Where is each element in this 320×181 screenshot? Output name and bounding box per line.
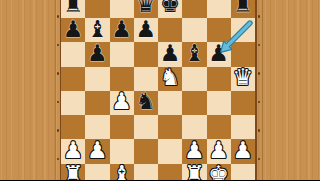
square-b5[interactable] <box>85 67 109 91</box>
square-d5[interactable] <box>134 67 158 91</box>
piece-black-pawn[interactable]: ♟ <box>136 18 157 41</box>
square-c7[interactable]: ♟ <box>110 18 134 42</box>
square-h8[interactable]: ♜ <box>231 0 255 18</box>
piece-white-pawn[interactable]: ♟ <box>233 139 254 162</box>
square-d1[interactable] <box>134 164 158 181</box>
nail-dot-icon <box>258 101 260 104</box>
square-e7[interactable] <box>158 18 182 42</box>
nail-dot-icon <box>258 158 260 161</box>
piece-black-queen[interactable]: ♛ <box>136 0 157 16</box>
square-h2[interactable]: ♟ <box>231 139 255 163</box>
square-d4[interactable]: ♞ <box>134 91 158 115</box>
square-b4[interactable] <box>85 91 109 115</box>
piece-white-queen[interactable]: ♛ <box>233 66 254 89</box>
square-b2[interactable]: ♟ <box>85 139 109 163</box>
piece-white-pawn[interactable]: ♟ <box>184 139 205 162</box>
square-c4[interactable]: ♟ <box>110 91 134 115</box>
piece-white-pawn[interactable]: ♟ <box>63 139 84 162</box>
square-g5[interactable] <box>207 67 231 91</box>
piece-white-pawn[interactable]: ♟ <box>111 90 132 113</box>
square-e5[interactable]: ♞ <box>158 67 182 91</box>
nail-dot-icon <box>57 72 59 75</box>
nail-dot-icon <box>258 15 260 18</box>
square-g8[interactable] <box>207 0 231 18</box>
square-e2[interactable] <box>158 139 182 163</box>
square-e6[interactable]: ♟ <box>158 42 182 66</box>
square-g4[interactable] <box>207 91 231 115</box>
piece-black-pawn[interactable]: ♟ <box>208 42 229 65</box>
piece-black-rook[interactable]: ♜ <box>233 0 254 16</box>
square-h6[interactable] <box>231 42 255 66</box>
piece-white-bishop[interactable]: ♝ <box>111 163 132 180</box>
nail-dot-icon <box>57 15 59 18</box>
square-b6[interactable]: ♟ <box>85 42 109 66</box>
square-c3[interactable] <box>110 115 134 139</box>
nail-dot-icon <box>57 44 59 47</box>
piece-black-pawn[interactable]: ♟ <box>63 18 84 41</box>
piece-black-pawn[interactable]: ♟ <box>87 42 108 65</box>
square-g6[interactable]: ♟ <box>207 42 231 66</box>
square-c6[interactable] <box>110 42 134 66</box>
piece-white-knight[interactable]: ♞ <box>160 66 181 89</box>
square-g3[interactable] <box>207 115 231 139</box>
piece-white-pawn[interactable]: ♟ <box>87 139 108 162</box>
square-e3[interactable] <box>158 115 182 139</box>
nail-dot-icon <box>57 129 59 132</box>
square-h5[interactable]: ♛ <box>231 67 255 91</box>
square-d2[interactable] <box>134 139 158 163</box>
square-d7[interactable]: ♟ <box>134 18 158 42</box>
square-g2[interactable]: ♟ <box>207 139 231 163</box>
nail-dot-icon <box>258 72 260 75</box>
square-a3[interactable] <box>61 115 85 139</box>
square-b3[interactable] <box>85 115 109 139</box>
square-c2[interactable] <box>110 139 134 163</box>
square-e4[interactable] <box>158 91 182 115</box>
nail-dot-icon <box>57 101 59 104</box>
piece-white-rook[interactable]: ♜ <box>63 163 84 180</box>
frame-seam-left <box>55 0 56 180</box>
chess-app-window: ♜♛♚♜♟♝♟♟♟♟♝♟♞♛♟♞♟♟♟♟♟♜♝♜♚ <box>0 0 320 180</box>
piece-black-rook[interactable]: ♜ <box>63 0 84 16</box>
square-e1[interactable] <box>158 164 182 181</box>
square-h3[interactable] <box>231 115 255 139</box>
square-f1[interactable]: ♜ <box>182 164 206 181</box>
square-g7[interactable] <box>207 18 231 42</box>
square-c1[interactable]: ♝ <box>110 164 134 181</box>
square-d6[interactable] <box>134 42 158 66</box>
square-a7[interactable]: ♟ <box>61 18 85 42</box>
square-a6[interactable] <box>61 42 85 66</box>
square-h7[interactable] <box>231 18 255 42</box>
nail-dot-icon <box>258 44 260 47</box>
square-a2[interactable]: ♟ <box>61 139 85 163</box>
square-c5[interactable] <box>110 67 134 91</box>
square-b1[interactable] <box>85 164 109 181</box>
square-e8[interactable]: ♚ <box>158 0 182 18</box>
square-f8[interactable] <box>182 0 206 18</box>
piece-black-knight[interactable]: ♞ <box>136 90 157 113</box>
square-f7[interactable] <box>182 18 206 42</box>
square-f5[interactable] <box>182 67 206 91</box>
square-b7[interactable]: ♝ <box>85 18 109 42</box>
square-a4[interactable] <box>61 91 85 115</box>
square-g1[interactable]: ♚ <box>207 164 231 181</box>
piece-black-bishop[interactable]: ♝ <box>87 18 108 41</box>
frame-seam-right <box>262 0 263 180</box>
square-f4[interactable] <box>182 91 206 115</box>
piece-black-bishop[interactable]: ♝ <box>184 42 205 65</box>
nail-dot-icon <box>57 158 59 161</box>
piece-white-king[interactable]: ♚ <box>208 163 229 180</box>
square-h1[interactable] <box>231 164 255 181</box>
square-f3[interactable] <box>182 115 206 139</box>
piece-black-pawn[interactable]: ♟ <box>160 42 181 65</box>
board-edge-right <box>255 0 257 180</box>
square-a1[interactable]: ♜ <box>61 164 85 181</box>
square-f2[interactable]: ♟ <box>182 139 206 163</box>
piece-black-king[interactable]: ♚ <box>160 0 181 16</box>
piece-white-rook[interactable]: ♜ <box>184 163 205 180</box>
square-a5[interactable] <box>61 67 85 91</box>
nail-dot-icon <box>258 129 260 132</box>
piece-white-pawn[interactable]: ♟ <box>208 139 229 162</box>
square-h4[interactable] <box>231 91 255 115</box>
piece-black-pawn[interactable]: ♟ <box>111 18 132 41</box>
square-f6[interactable]: ♝ <box>182 42 206 66</box>
chess-board[interactable]: ♜♛♚♜♟♝♟♟♟♟♝♟♞♛♟♞♟♟♟♟♟♜♝♜♚ <box>61 0 255 180</box>
square-d3[interactable] <box>134 115 158 139</box>
